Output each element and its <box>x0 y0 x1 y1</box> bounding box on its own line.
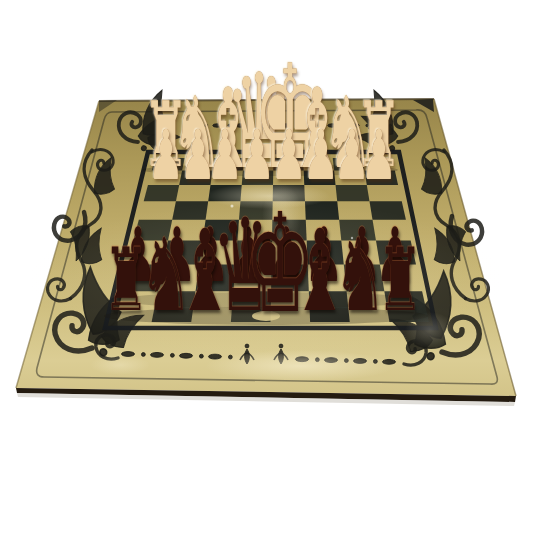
piece-light-pawn[interactable]: ♟ <box>303 121 339 190</box>
chess-set-photo: ♜♞♝♛♚♝♞♜♟♟♟♟♟♟♟♟♟♟♟♟♟♟♟♟♜♞♝♛♚♝♞♜ <box>0 0 533 533</box>
piece-light-pawn[interactable]: ♟ <box>361 121 397 190</box>
piece-light-pawn[interactable]: ♟ <box>148 121 184 190</box>
piece-light-pawn[interactable]: ♟ <box>271 121 307 190</box>
piece-light-pawn[interactable]: ♟ <box>239 121 275 190</box>
piece-dark-rook[interactable]: ♜ <box>377 237 422 324</box>
pieces-layer: ♜♞♝♛♚♝♞♜♟♟♟♟♟♟♟♟♟♟♟♟♟♟♟♟♜♞♝♛♚♝♞♜ <box>0 0 533 533</box>
piece-light-pawn[interactable]: ♟ <box>207 121 243 190</box>
